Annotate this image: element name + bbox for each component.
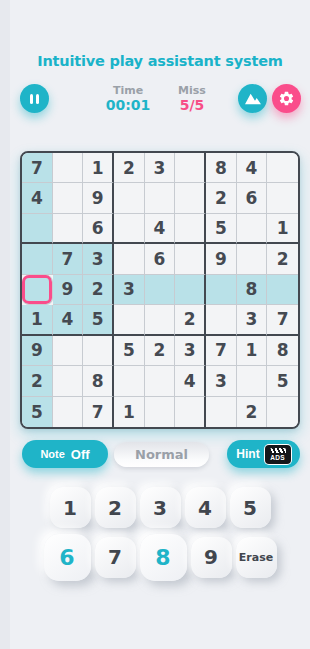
note-toggle-button[interactable]: Note Off (22, 440, 108, 468)
cell-r2c5[interactable] (145, 183, 176, 213)
cell-r4c9[interactable]: 2 (267, 244, 298, 274)
cell-r3c9[interactable]: 1 (267, 214, 298, 244)
cell-r9c4[interactable]: 1 (114, 397, 145, 427)
cell-r7c6[interactable]: 3 (175, 336, 206, 366)
cell-r9c3[interactable]: 7 (83, 397, 114, 427)
cell-r2c9[interactable] (267, 183, 298, 213)
cell-r6c2[interactable]: 4 (53, 305, 84, 335)
cell-r5c3[interactable]: 2 (83, 275, 114, 305)
cell-r1c6[interactable] (175, 153, 206, 183)
pause-icon (30, 94, 39, 104)
pause-button[interactable] (20, 84, 49, 113)
cell-r6c9[interactable]: 7 (267, 305, 298, 335)
cell-r5c7[interactable] (206, 275, 237, 305)
cell-r1c4[interactable]: 2 (114, 153, 145, 183)
cell-r7c7[interactable]: 7 (206, 336, 237, 366)
cell-r2c7[interactable]: 2 (206, 183, 237, 213)
cell-r7c2[interactable] (53, 336, 84, 366)
cell-r1c5[interactable]: 3 (145, 153, 176, 183)
mountain-icon (245, 93, 261, 105)
number-key-7[interactable]: 7 (95, 537, 136, 578)
number-key-2[interactable]: 2 (95, 487, 136, 528)
number-key-6[interactable]: 6 (44, 534, 91, 581)
cell-r3c2[interactable] (53, 214, 84, 244)
cell-r3c5[interactable]: 4 (145, 214, 176, 244)
app-screen: Intuitive play assistant system Time 00:… (10, 0, 310, 649)
cell-r5c1[interactable] (22, 275, 53, 305)
cell-r3c3[interactable]: 6 (83, 214, 114, 244)
note-state: Off (71, 447, 90, 462)
cell-r6c1[interactable]: 1 (22, 305, 53, 335)
miss-value: 5/5 (162, 97, 222, 113)
cell-r9c7[interactable] (206, 397, 237, 427)
cell-r3c7[interactable]: 5 (206, 214, 237, 244)
cell-r2c4[interactable] (114, 183, 145, 213)
cell-r4c1[interactable] (22, 244, 53, 274)
cell-r9c2[interactable] (53, 397, 84, 427)
cell-r7c3[interactable] (83, 336, 114, 366)
cell-r1c7[interactable]: 8 (206, 153, 237, 183)
gear-icon (278, 90, 295, 107)
number-key-9[interactable]: 9 (191, 537, 232, 578)
cell-r1c8[interactable]: 4 (237, 153, 268, 183)
cell-r1c2[interactable] (53, 153, 84, 183)
cell-r1c3[interactable]: 1 (83, 153, 114, 183)
cell-r7c1[interactable]: 9 (22, 336, 53, 366)
cell-r8c4[interactable] (114, 366, 145, 396)
cell-r4c8[interactable] (237, 244, 268, 274)
cell-r5c2[interactable]: 9 (53, 275, 84, 305)
cell-r1c9[interactable] (267, 153, 298, 183)
cell-r2c8[interactable]: 6 (237, 183, 268, 213)
cell-r4c4[interactable] (114, 244, 145, 274)
numpad-row-1: 12345 (10, 487, 310, 528)
cell-r4c6[interactable] (175, 244, 206, 274)
gallery-button[interactable] (238, 84, 267, 113)
cell-r7c4[interactable]: 5 (114, 336, 145, 366)
time-value: 00:01 (98, 97, 158, 113)
cell-r3c8[interactable] (237, 214, 268, 244)
ads-video-icon: ADS (265, 445, 291, 464)
cell-r9c8[interactable]: 2 (237, 397, 268, 427)
hint-button[interactable]: Hint ADS (227, 440, 300, 468)
note-label: Note (40, 448, 64, 460)
cell-r9c1[interactable]: 5 (22, 397, 53, 427)
sudoku-board: 7123844926645173692923814523795237182843… (20, 151, 300, 429)
cell-r6c8[interactable]: 3 (237, 305, 268, 335)
cell-r5c4[interactable]: 3 (114, 275, 145, 305)
cell-r6c5[interactable] (145, 305, 176, 335)
cell-r8c8[interactable] (237, 366, 268, 396)
numpad-row-2: 6789Erase (10, 532, 310, 582)
cell-r7c5[interactable]: 2 (145, 336, 176, 366)
cell-r2c3[interactable]: 9 (83, 183, 114, 213)
cell-r5c8[interactable]: 8 (237, 275, 268, 305)
cell-r7c9[interactable]: 8 (267, 336, 298, 366)
difficulty-display: Normal (114, 442, 209, 467)
cell-r9c6[interactable] (175, 397, 206, 427)
number-key-1[interactable]: 1 (50, 487, 91, 528)
cell-r4c3[interactable]: 3 (83, 244, 114, 274)
timer: Time 00:01 (98, 84, 158, 113)
cell-r7c8[interactable]: 1 (237, 336, 268, 366)
cell-r8c3[interactable]: 8 (83, 366, 114, 396)
cell-r8c6[interactable]: 4 (175, 366, 206, 396)
page-title: Intuitive play assistant system (10, 53, 310, 69)
cell-r4c2[interactable]: 7 (53, 244, 84, 274)
cell-r5c5[interactable] (145, 275, 176, 305)
cell-r8c5[interactable] (145, 366, 176, 396)
cell-r3c1[interactable] (22, 214, 53, 244)
cell-r8c2[interactable] (53, 366, 84, 396)
hint-label: Hint (236, 447, 259, 461)
number-key-3[interactable]: 3 (140, 487, 181, 528)
cell-r2c2[interactable] (53, 183, 84, 213)
cell-r9c5[interactable] (145, 397, 176, 427)
cell-r5c6[interactable] (175, 275, 206, 305)
miss-label: Miss (162, 84, 222, 97)
miss-counter: Miss 5/5 (162, 84, 222, 113)
cell-r6c3[interactable]: 5 (83, 305, 114, 335)
cell-r9c9[interactable] (267, 397, 298, 427)
cell-r3c6[interactable] (175, 214, 206, 244)
cell-r5c9[interactable] (267, 275, 298, 305)
number-key-5[interactable]: 5 (230, 487, 271, 528)
difficulty-label: Normal (135, 447, 188, 462)
cell-r4c5[interactable]: 6 (145, 244, 176, 274)
ads-badge-label: ADS (270, 454, 285, 461)
time-label: Time (98, 84, 158, 97)
cell-r8c7[interactable]: 3 (206, 366, 237, 396)
cell-r1c1[interactable]: 7 (22, 153, 53, 183)
cell-r6c7[interactable] (206, 305, 237, 335)
settings-button[interactable] (272, 84, 301, 113)
cell-r2c1[interactable]: 4 (22, 183, 53, 213)
number-key-4[interactable]: 4 (185, 487, 226, 528)
cell-r4c7[interactable]: 9 (206, 244, 237, 274)
cell-r6c6[interactable]: 2 (175, 305, 206, 335)
erase-button[interactable]: Erase (236, 537, 277, 578)
cell-r6c4[interactable] (114, 305, 145, 335)
cell-r8c9[interactable]: 5 (267, 366, 298, 396)
cell-r8c1[interactable]: 2 (22, 366, 53, 396)
number-key-8[interactable]: 8 (140, 534, 187, 581)
cell-r3c4[interactable] (114, 214, 145, 244)
cell-r2c6[interactable] (175, 183, 206, 213)
